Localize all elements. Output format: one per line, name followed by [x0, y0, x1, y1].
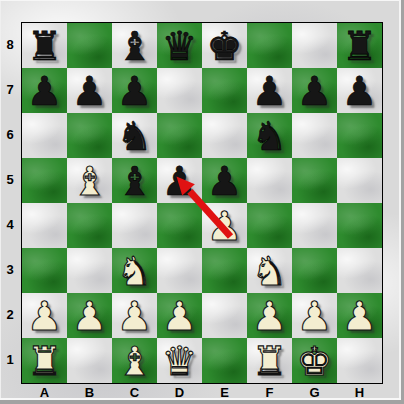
square-f8[interactable] [247, 23, 292, 68]
piece-black-pawn[interactable]: ♟ [247, 68, 292, 113]
square-a4[interactable] [22, 203, 67, 248]
piece-black-bishop[interactable]: ♝ [112, 23, 157, 68]
square-b3[interactable] [67, 248, 112, 293]
square-b7[interactable]: ♟ [67, 68, 112, 113]
square-c4[interactable] [112, 203, 157, 248]
piece-white-rook[interactable]: ♜ [22, 338, 67, 383]
square-e7[interactable] [202, 68, 247, 113]
file-label-f: F [247, 385, 292, 401]
square-d2[interactable]: ♟ [157, 293, 202, 338]
square-f6[interactable]: ♞ [247, 113, 292, 158]
square-d5[interactable]: ♟ [157, 158, 202, 203]
square-h5[interactable] [337, 158, 382, 203]
square-e5[interactable]: ♟ [202, 158, 247, 203]
piece-black-queen[interactable]: ♛ [157, 23, 202, 68]
square-f3[interactable]: ♞ [247, 248, 292, 293]
square-c6[interactable]: ♞ [112, 113, 157, 158]
square-d4[interactable] [157, 203, 202, 248]
piece-white-king[interactable]: ♚ [292, 338, 337, 383]
rank-label-5: 5 [0, 157, 20, 202]
square-g1[interactable]: ♚ [292, 338, 337, 383]
file-label-b: B [67, 385, 112, 401]
square-e2[interactable] [202, 293, 247, 338]
square-c3[interactable]: ♞ [112, 248, 157, 293]
piece-white-pawn[interactable]: ♟ [202, 203, 247, 248]
square-a8[interactable]: ♜ [22, 23, 67, 68]
square-e4[interactable]: ♟ [202, 203, 247, 248]
square-c7[interactable]: ♟ [112, 68, 157, 113]
board-panel: ♜♝♛♚♜♟♟♟♟♟♟♞♞♝♝♟♟♟♞♞♟♟♟♟♟♟♟♜♝♛♜♚ 8765432… [0, 0, 404, 404]
square-e3[interactable] [202, 248, 247, 293]
square-g6[interactable] [292, 113, 337, 158]
piece-black-pawn[interactable]: ♟ [22, 68, 67, 113]
square-c1[interactable]: ♝ [112, 338, 157, 383]
piece-white-pawn[interactable]: ♟ [112, 293, 157, 338]
rank-label-8: 8 [0, 22, 20, 67]
square-h8[interactable]: ♜ [337, 23, 382, 68]
chess-board: ♜♝♛♚♜♟♟♟♟♟♟♞♞♝♝♟♟♟♞♞♟♟♟♟♟♟♟♜♝♛♜♚ [21, 22, 383, 384]
square-e6[interactable] [202, 113, 247, 158]
square-b8[interactable] [67, 23, 112, 68]
piece-white-queen[interactable]: ♛ [157, 338, 202, 383]
square-h3[interactable] [337, 248, 382, 293]
piece-white-pawn[interactable]: ♟ [247, 293, 292, 338]
piece-white-knight[interactable]: ♞ [247, 248, 292, 293]
piece-black-pawn[interactable]: ♟ [202, 158, 247, 203]
piece-black-pawn[interactable]: ♟ [157, 158, 202, 203]
square-g2[interactable]: ♟ [292, 293, 337, 338]
square-c8[interactable]: ♝ [112, 23, 157, 68]
rank-label-4: 4 [0, 202, 20, 247]
square-b6[interactable] [67, 113, 112, 158]
square-h7[interactable]: ♟ [337, 68, 382, 113]
square-c5[interactable]: ♝ [112, 158, 157, 203]
square-g3[interactable] [292, 248, 337, 293]
piece-black-knight[interactable]: ♞ [112, 113, 157, 158]
square-b1[interactable] [67, 338, 112, 383]
square-h4[interactable] [337, 203, 382, 248]
square-a2[interactable]: ♟ [22, 293, 67, 338]
square-f5[interactable] [247, 158, 292, 203]
piece-black-knight[interactable]: ♞ [247, 113, 292, 158]
square-a1[interactable]: ♜ [22, 338, 67, 383]
piece-black-rook[interactable]: ♜ [22, 23, 67, 68]
file-label-c: C [112, 385, 157, 401]
piece-white-pawn[interactable]: ♟ [67, 293, 112, 338]
square-e8[interactable]: ♚ [202, 23, 247, 68]
square-b2[interactable]: ♟ [67, 293, 112, 338]
file-label-e: E [202, 385, 247, 401]
piece-white-knight[interactable]: ♞ [112, 248, 157, 293]
square-g5[interactable] [292, 158, 337, 203]
piece-white-pawn[interactable]: ♟ [337, 293, 382, 338]
file-label-a: A [22, 385, 67, 401]
piece-black-pawn[interactable]: ♟ [112, 68, 157, 113]
square-f2[interactable]: ♟ [247, 293, 292, 338]
piece-black-bishop[interactable]: ♝ [112, 158, 157, 203]
piece-black-pawn[interactable]: ♟ [337, 68, 382, 113]
square-h6[interactable] [337, 113, 382, 158]
square-d6[interactable] [157, 113, 202, 158]
square-d3[interactable] [157, 248, 202, 293]
piece-white-pawn[interactable]: ♟ [157, 293, 202, 338]
square-a7[interactable]: ♟ [22, 68, 67, 113]
square-g7[interactable]: ♟ [292, 68, 337, 113]
rank-label-7: 7 [0, 67, 20, 112]
rank-label-2: 2 [0, 292, 20, 337]
piece-white-bishop[interactable]: ♝ [112, 338, 157, 383]
file-label-d: D [157, 385, 202, 401]
piece-black-rook[interactable]: ♜ [337, 23, 382, 68]
square-h2[interactable]: ♟ [337, 293, 382, 338]
square-b4[interactable] [67, 203, 112, 248]
square-e1[interactable] [202, 338, 247, 383]
square-h1[interactable] [337, 338, 382, 383]
square-d1[interactable]: ♛ [157, 338, 202, 383]
square-a3[interactable] [22, 248, 67, 293]
square-b5[interactable]: ♝ [67, 158, 112, 203]
square-c2[interactable]: ♟ [112, 293, 157, 338]
piece-white-bishop[interactable]: ♝ [67, 158, 112, 203]
file-label-h: H [337, 385, 382, 401]
square-f1[interactable]: ♜ [247, 338, 292, 383]
file-label-g: G [292, 385, 337, 401]
rank-label-1: 1 [0, 337, 20, 382]
piece-white-pawn[interactable]: ♟ [22, 293, 67, 338]
rank-label-3: 3 [0, 247, 20, 292]
square-g4[interactable] [292, 203, 337, 248]
square-f4[interactable] [247, 203, 292, 248]
square-d7[interactable] [157, 68, 202, 113]
piece-black-pawn[interactable]: ♟ [67, 68, 112, 113]
square-a5[interactable] [22, 158, 67, 203]
square-d8[interactable]: ♛ [157, 23, 202, 68]
rank-label-6: 6 [0, 112, 20, 157]
square-f7[interactable]: ♟ [247, 68, 292, 113]
square-a6[interactable] [22, 113, 67, 158]
piece-black-pawn[interactable]: ♟ [292, 68, 337, 113]
square-g8[interactable] [292, 23, 337, 68]
piece-black-king[interactable]: ♚ [202, 23, 247, 68]
piece-white-rook[interactable]: ♜ [247, 338, 292, 383]
piece-white-pawn[interactable]: ♟ [292, 293, 337, 338]
